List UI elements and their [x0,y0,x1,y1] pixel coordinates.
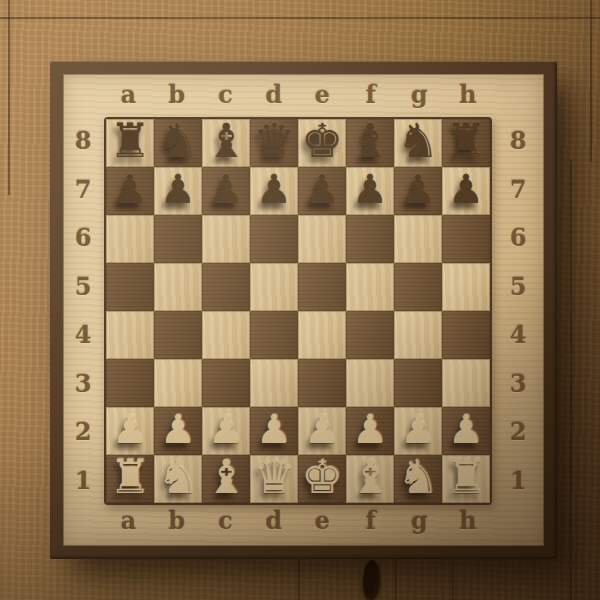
rank-label-1: 1 [63,457,103,506]
wall-plank-seam [298,556,300,600]
square-h5[interactable] [442,263,490,311]
rank-labels-right: 87654321 [494,117,542,505]
black-queen: ♛ [253,117,295,165]
rank-label-4: 4 [63,311,103,360]
white-pawn: ♟ [448,405,484,453]
white-pawn: ♟ [304,405,340,453]
file-label-e: e [298,78,347,112]
white-pawn: ♟ [208,405,244,453]
square-e2[interactable]: ♟ [298,407,346,455]
black-pawn: ♟ [400,165,436,213]
hanging-ornament [361,559,381,600]
square-e4[interactable] [298,311,346,359]
square-b1[interactable]: ♞ [154,455,202,503]
square-d7[interactable]: ♟ [250,167,298,215]
square-b8[interactable]: ♞ [154,119,202,167]
rank-label-5: 5 [63,263,103,312]
black-knight: ♞ [397,117,439,165]
square-c8[interactable]: ♝ [202,119,250,167]
white-pawn: ♟ [352,405,388,453]
rank-label-8: 8 [63,117,103,166]
black-pawn: ♟ [352,165,388,213]
square-f8[interactable]: ♝ [346,119,394,167]
square-d8[interactable]: ♛ [250,119,298,167]
square-h1[interactable]: ♜ [442,455,490,503]
white-knight: ♞ [397,453,439,501]
square-h3[interactable] [442,359,490,407]
chess-board: abcdefgh abcdefgh 87654321 87654321 ♜♞♝♛… [63,74,544,546]
white-bishop: ♝ [349,453,391,501]
file-label-c: c [201,504,250,538]
square-f6[interactable] [346,215,394,263]
rank-label-7: 7 [63,166,103,215]
white-pawn: ♟ [400,405,436,453]
square-f4[interactable] [346,311,394,359]
square-e6[interactable] [298,215,346,263]
square-a3[interactable] [106,359,154,407]
square-g5[interactable] [394,263,442,311]
rank-label-5: 5 [494,263,542,312]
file-label-f: f [347,504,396,538]
black-pawn: ♟ [208,165,244,213]
white-knight: ♞ [157,453,199,501]
square-e1[interactable]: ♚ [298,455,346,503]
rank-label-2: 2 [63,408,103,457]
square-h8[interactable]: ♜ [442,119,490,167]
wall-plank-seam [452,556,454,600]
square-h2[interactable]: ♟ [442,407,490,455]
square-d1[interactable]: ♛ [250,455,298,503]
black-pawn: ♟ [160,165,196,213]
square-f1[interactable]: ♝ [346,455,394,503]
square-c6[interactable] [202,215,250,263]
black-rook: ♜ [109,117,151,165]
square-b5[interactable] [154,263,202,311]
black-pawn: ♟ [304,165,340,213]
square-c7[interactable]: ♟ [202,167,250,215]
file-label-g: g [395,504,444,538]
rank-labels-left: 87654321 [63,117,103,505]
square-b2[interactable]: ♟ [154,407,202,455]
white-pawn: ♟ [256,405,292,453]
wall-plank-seam [395,558,397,600]
black-bishop: ♝ [205,117,247,165]
square-a6[interactable] [106,215,154,263]
rank-label-4: 4 [494,311,542,360]
square-c4[interactable] [202,311,250,359]
square-g8[interactable]: ♞ [394,119,442,167]
square-e5[interactable] [298,263,346,311]
file-label-d: d [250,78,299,112]
square-a5[interactable] [106,263,154,311]
square-h7[interactable]: ♟ [442,167,490,215]
square-c1[interactable]: ♝ [202,455,250,503]
square-a2[interactable]: ♟ [106,407,154,455]
square-b4[interactable] [154,311,202,359]
chess-grid: ♜♞♝♛♚♝♞♜♟♟♟♟♟♟♟♟♟♟♟♟♟♟♟♟♜♞♝♛♚♝♞♜ [104,117,492,505]
file-label-b: b [153,78,202,112]
black-bishop: ♝ [349,117,391,165]
file-label-f: f [347,78,396,112]
square-d6[interactable] [250,215,298,263]
square-e7[interactable]: ♟ [298,167,346,215]
square-d5[interactable] [250,263,298,311]
file-label-e: e [298,504,347,538]
square-f7[interactable]: ♟ [346,167,394,215]
square-e3[interactable] [298,359,346,407]
square-f5[interactable] [346,263,394,311]
white-pawn: ♟ [112,405,148,453]
square-g6[interactable] [394,215,442,263]
file-label-h: h [444,78,493,112]
chess-board-frame: abcdefgh abcdefgh 87654321 87654321 ♜♞♝♛… [50,61,557,559]
square-g4[interactable] [394,311,442,359]
file-labels-bottom: abcdefgh [104,504,492,538]
white-king: ♚ [301,453,343,501]
black-pawn: ♟ [112,165,148,213]
square-a7[interactable]: ♟ [106,167,154,215]
rank-label-8: 8 [494,117,542,166]
rank-label-3: 3 [494,360,542,409]
square-d3[interactable] [250,359,298,407]
file-label-a: a [104,78,153,112]
file-label-b: b [153,504,202,538]
square-g7[interactable]: ♟ [394,167,442,215]
black-knight: ♞ [157,117,199,165]
black-king: ♚ [301,117,343,165]
square-h6[interactable] [442,215,490,263]
square-c5[interactable] [202,263,250,311]
white-queen: ♛ [253,453,295,501]
rank-label-6: 6 [63,214,103,263]
file-labels-top: abcdefgh [104,78,492,112]
square-a4[interactable] [106,311,154,359]
wall-plank-seam [570,160,572,600]
white-rook: ♜ [109,453,151,501]
square-h4[interactable] [442,311,490,359]
square-a8[interactable]: ♜ [106,119,154,167]
black-rook: ♜ [445,117,487,165]
square-e8[interactable]: ♚ [298,119,346,167]
white-rook: ♜ [445,453,487,501]
rank-label-3: 3 [63,360,103,409]
square-f2[interactable]: ♟ [346,407,394,455]
file-label-a: a [104,504,153,538]
black-pawn: ♟ [256,165,292,213]
square-f3[interactable] [346,359,394,407]
square-d2[interactable]: ♟ [250,407,298,455]
black-pawn: ♟ [448,165,484,213]
white-pawn: ♟ [160,405,196,453]
square-c3[interactable] [202,359,250,407]
rank-label-2: 2 [494,408,542,457]
wall-background: abcdefgh abcdefgh 87654321 87654321 ♜♞♝♛… [0,0,600,600]
rank-label-7: 7 [494,166,542,215]
file-label-g: g [395,78,444,112]
rank-label-6: 6 [494,214,542,263]
square-b7[interactable]: ♟ [154,167,202,215]
file-label-h: h [444,504,493,538]
square-d4[interactable] [250,311,298,359]
square-g3[interactable] [394,359,442,407]
square-a1[interactable]: ♜ [106,455,154,503]
square-g2[interactable]: ♟ [394,407,442,455]
wall-plank-seam [590,0,592,162]
square-b3[interactable] [154,359,202,407]
square-b6[interactable] [154,215,202,263]
wall-plank-seam [8,0,10,195]
square-g1[interactable]: ♞ [394,455,442,503]
white-bishop: ♝ [205,453,247,501]
wall-plank-seam [0,17,600,19]
file-label-d: d [250,504,299,538]
file-label-c: c [201,78,250,112]
rank-label-1: 1 [494,457,542,506]
square-c2[interactable]: ♟ [202,407,250,455]
